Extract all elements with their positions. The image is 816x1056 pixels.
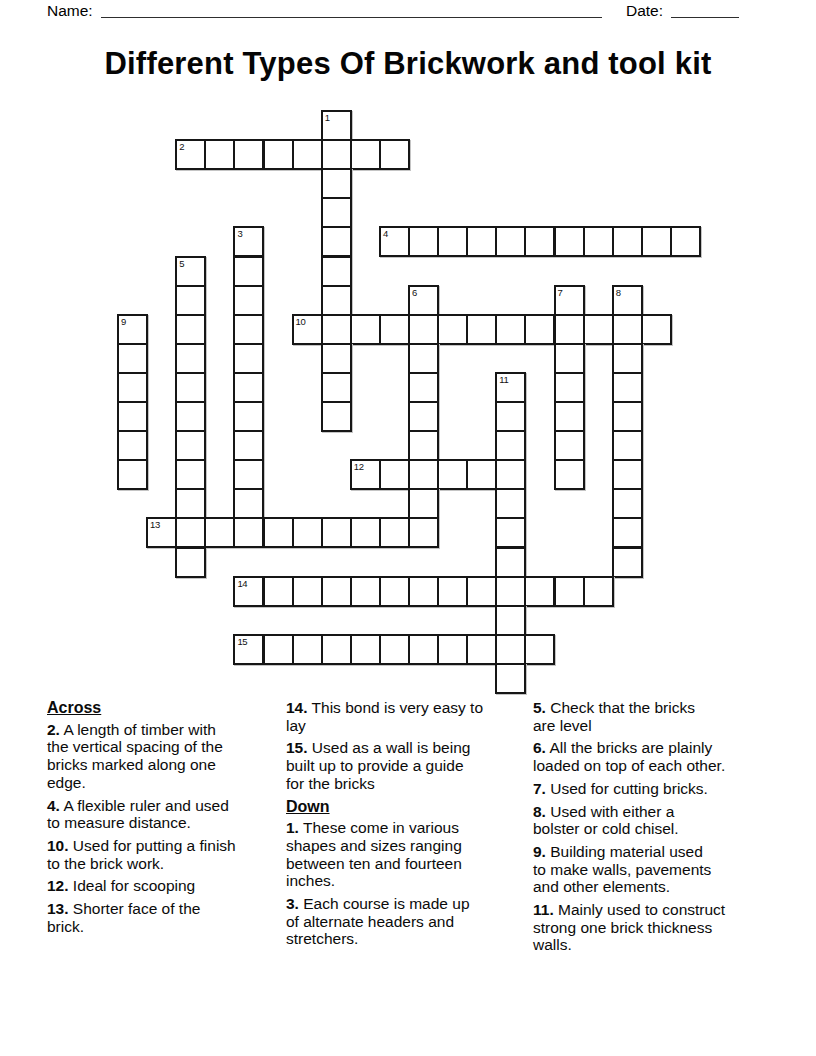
cell-r10c10[interactable] [408,401,439,432]
clue-number-label: 14. [286,699,308,716]
cell-r14c7[interactable] [321,517,352,548]
clue-15-across: 15. Used as a wall is being built up to … [286,739,534,792]
cell-r7c17[interactable] [612,314,643,345]
cell-r11c10[interactable] [408,430,439,461]
cell-r16c16[interactable] [583,576,614,607]
cell-r12c0[interactable] [117,459,148,490]
cell-r14c10[interactable] [408,517,439,548]
cell-r10c4[interactable] [233,401,264,432]
cell-r14c2[interactable] [175,517,206,548]
cell-r7c10[interactable] [408,314,439,345]
cell-r7c13[interactable] [495,314,526,345]
cell-r6c10[interactable]: 6 [408,285,439,316]
cell-r7c8[interactable] [350,314,381,345]
cell-r1c7[interactable] [321,139,352,170]
cell-r16c7[interactable] [321,576,352,607]
cell-r1c2[interactable]: 2 [175,139,206,170]
cell-r4c12[interactable] [466,226,497,257]
cell-r16c5[interactable] [263,576,294,607]
cell-r16c4[interactable]: 14 [233,576,264,607]
cell-r10c13[interactable] [495,401,526,432]
cell-r8c4[interactable] [233,343,264,374]
cell-r12c12[interactable] [466,459,497,490]
cell-r4c4[interactable]: 3 [233,226,264,257]
cell-r16c11[interactable] [437,576,468,607]
cell-r19c13[interactable] [495,663,526,694]
cell-r11c0[interactable] [117,430,148,461]
clue-number-label: 10. [47,837,69,854]
cell-r14c1[interactable]: 13 [146,517,177,548]
cell-r0c7[interactable]: 1 [321,110,352,141]
cell-r18c12[interactable] [466,634,497,665]
grid-number-13: 13 [150,519,160,530]
clue-10-across: 10. Used for putting a finish to the bri… [47,837,289,872]
cell-r9c4[interactable] [233,372,264,403]
cell-r9c15[interactable] [554,372,585,403]
across-heading: Across [47,699,289,717]
cell-r16c8[interactable] [350,576,381,607]
cell-r12c9[interactable] [379,459,410,490]
cell-r16c6[interactable] [292,576,323,607]
clue-11-down: 11. Mainly used to construct strong one … [533,901,809,954]
cell-r12c15[interactable] [554,459,585,490]
cell-r14c8[interactable] [350,517,381,548]
grid-number-12: 12 [354,461,364,472]
cell-r11c13[interactable] [495,430,526,461]
cell-r12c4[interactable] [233,459,264,490]
cell-r5c2[interactable]: 5 [175,256,206,287]
cell-r4c7[interactable] [321,226,352,257]
cell-r6c4[interactable] [233,285,264,316]
cell-r6c7[interactable] [321,285,352,316]
date-input-line[interactable] [671,2,739,18]
clue-number-label: 7. [533,780,546,797]
cell-r13c2[interactable] [175,488,206,519]
name-input-line[interactable] [101,2,602,18]
cell-r10c2[interactable] [175,401,206,432]
cell-r18c13[interactable] [495,634,526,665]
clue-number-label: 9. [533,843,546,860]
clue-8-down: 8. Used with either a bolster or cold ch… [533,803,809,838]
cell-r1c8[interactable] [350,139,381,170]
grid-number-7: 7 [558,287,563,298]
cell-r4c15[interactable] [554,226,585,257]
cell-r18c4[interactable]: 15 [233,634,264,665]
clue-number-label: 1. [286,819,299,836]
cell-r5c4[interactable] [233,256,264,287]
cell-r8c7[interactable] [321,343,352,374]
cell-r10c15[interactable] [554,401,585,432]
cell-r9c17[interactable] [612,372,643,403]
cell-r12c17[interactable] [612,459,643,490]
grid-number-10: 10 [296,316,306,327]
clue-number-label: 5. [533,699,546,716]
cell-r18c5[interactable] [263,634,294,665]
cell-r9c10[interactable] [408,372,439,403]
cell-r7c15[interactable] [554,314,585,345]
cell-r11c17[interactable] [612,430,643,461]
page-title: Different Types Of Brickwork and tool ki… [0,44,816,84]
clue-9-down: 9. Building material used to make walls,… [533,843,809,896]
cell-r6c2[interactable] [175,285,206,316]
cell-r4c14[interactable] [524,226,555,257]
cell-r10c0[interactable] [117,401,148,432]
clue-number-label: 13. [47,900,69,917]
cell-r9c0[interactable] [117,372,148,403]
cell-r8c0[interactable] [117,343,148,374]
cell-r18c9[interactable] [379,634,410,665]
cell-r7c11[interactable] [437,314,468,345]
clue-5-down: 5. Check that the bricks are level [533,699,809,734]
cell-r7c14[interactable] [524,314,555,345]
cell-r1c5[interactable] [263,139,294,170]
cell-r6c15[interactable]: 7 [554,285,585,316]
clue-1-down: 1. These come in various shapes and size… [286,819,534,890]
clue-number-label: 8. [533,803,546,820]
cell-r8c17[interactable] [612,343,643,374]
cell-r7c0[interactable]: 9 [117,314,148,345]
grid-number-3: 3 [237,228,242,239]
clue-column-2: 14. This bond is very easy to lay15. Use… [286,699,534,953]
clue-14-across: 14. This bond is very easy to lay [286,699,534,734]
cell-r16c14[interactable] [524,576,555,607]
cell-r2c7[interactable] [321,168,352,199]
cell-r7c7[interactable] [321,314,352,345]
cell-r18c7[interactable] [321,634,352,665]
cell-r1c6[interactable] [292,139,323,170]
cell-r4c13[interactable] [495,226,526,257]
cell-r16c13[interactable] [495,576,526,607]
cell-r11c2[interactable] [175,430,206,461]
cell-r7c16[interactable] [583,314,614,345]
cell-r4c16[interactable] [583,226,614,257]
cell-r14c13[interactable] [495,517,526,548]
grid-number-14: 14 [237,578,247,589]
cell-r13c10[interactable] [408,488,439,519]
grid-number-9: 9 [121,316,126,327]
cell-r9c13[interactable]: 11 [495,372,526,403]
cell-r15c13[interactable] [495,547,526,578]
clue-7-down: 7. Used for cutting bricks. [533,780,809,798]
grid-number-5: 5 [179,258,184,269]
cell-r3c7[interactable] [321,197,352,228]
cell-r14c5[interactable] [263,517,294,548]
grid-number-11: 11 [499,374,508,385]
cell-r10c17[interactable] [612,401,643,432]
cell-r4c9[interactable]: 4 [379,226,410,257]
cell-r7c18[interactable] [641,314,672,345]
cell-r6c17[interactable]: 8 [612,285,643,316]
crossword-grid: 123456789101112131415 [117,110,701,694]
cell-r7c9[interactable] [379,314,410,345]
cell-r12c8[interactable]: 12 [350,459,381,490]
cell-r7c2[interactable] [175,314,206,345]
down-heading: Down [286,798,534,816]
cell-r1c3[interactable] [204,139,235,170]
cell-r14c4[interactable] [233,517,264,548]
cell-r11c4[interactable] [233,430,264,461]
cell-r7c6[interactable]: 10 [292,314,323,345]
cell-r5c7[interactable] [321,256,352,287]
cell-r4c11[interactable] [437,226,468,257]
name-label: Name: [47,2,93,20]
cell-r18c8[interactable] [350,634,381,665]
cell-r9c7[interactable] [321,372,352,403]
cell-r4c19[interactable] [670,226,701,257]
cell-r4c17[interactable] [612,226,643,257]
cell-r18c6[interactable] [292,634,323,665]
grid-number-15: 15 [237,636,247,647]
cell-r16c12[interactable] [466,576,497,607]
clue-12-across: 12. Ideal for scooping [47,877,289,895]
clue-number-label: 2. [47,721,60,738]
cell-r10c7[interactable] [321,401,352,432]
clue-13-across: 13. Shorter face of the brick. [47,900,289,935]
clue-6-down: 6. All the bricks are plainly loaded on … [533,739,809,774]
clue-number-label: 3. [286,895,299,912]
cell-r15c2[interactable] [175,547,206,578]
cell-r14c17[interactable] [612,517,643,548]
clue-number-label: 4. [47,797,60,814]
grid-number-6: 6 [412,287,417,298]
cell-r13c17[interactable] [612,488,643,519]
cell-r14c9[interactable] [379,517,410,548]
clue-3-down: 3. Each course is made up of alternate h… [286,895,534,948]
clue-number-label: 6. [533,739,546,756]
clue-column-1: Across2. A length of timber with the ver… [47,699,289,940]
clue-number-label: 12. [47,877,69,894]
grid-number-8: 8 [616,287,621,298]
cell-r12c10[interactable] [408,459,439,490]
cell-r12c13[interactable] [495,459,526,490]
cell-r7c4[interactable] [233,314,264,345]
cell-r4c18[interactable] [641,226,672,257]
date-label: Date: [626,2,663,20]
cell-r12c11[interactable] [437,459,468,490]
cell-r7c12[interactable] [466,314,497,345]
clue-2-across: 2. A length of timber with the vertical … [47,721,289,792]
cell-r14c3[interactable] [204,517,235,548]
clue-number-label: 15. [286,739,308,756]
cell-r8c2[interactable] [175,343,206,374]
cell-r15c17[interactable] [612,547,643,578]
cell-r4c10[interactable] [408,226,439,257]
grid-number-1: 1 [325,112,330,123]
cell-r16c15[interactable] [554,576,585,607]
cell-r18c11[interactable] [437,634,468,665]
clue-number-label: 11. [533,901,554,918]
cell-r14c6[interactable] [292,517,323,548]
cell-r18c14[interactable] [524,634,555,665]
cell-r13c4[interactable] [233,488,264,519]
cell-r12c2[interactable] [175,459,206,490]
grid-number-2: 2 [179,141,184,152]
cell-r16c10[interactable] [408,576,439,607]
cell-r18c10[interactable] [408,634,439,665]
cell-r1c9[interactable] [379,139,410,170]
cell-r16c9[interactable] [379,576,410,607]
cell-r8c15[interactable] [554,343,585,374]
cell-r8c10[interactable] [408,343,439,374]
cell-r13c13[interactable] [495,488,526,519]
grid-number-4: 4 [383,228,388,239]
cell-r11c15[interactable] [554,430,585,461]
cell-r17c13[interactable] [495,605,526,636]
cell-r9c2[interactable] [175,372,206,403]
clue-column-3: 5. Check that the bricks are level6. All… [533,699,809,959]
clue-4-across: 4. A flexible ruler and used to measure … [47,797,289,832]
cell-r1c4[interactable] [233,139,264,170]
crossword-worksheet-page: { "game": "crossword", "header": { "name… [0,0,816,1056]
